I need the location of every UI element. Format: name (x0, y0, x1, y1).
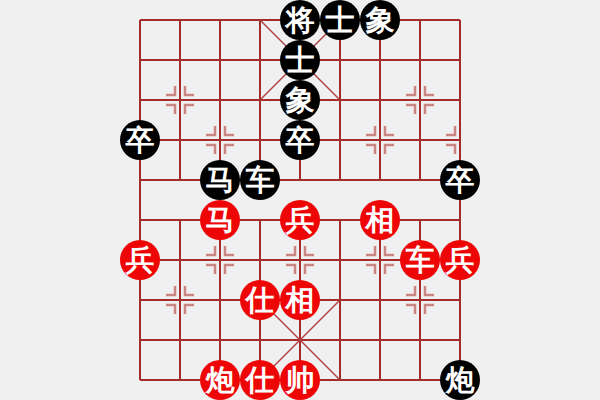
piece-red-general[interactable]: 帅 (280, 360, 320, 400)
piece-black-horse[interactable]: 马 (200, 160, 240, 200)
xiangqi-board[interactable]: 将士象士象卒卒马车卒马兵相兵车兵仕相炮仕帅炮 (140, 20, 460, 380)
piece-black-chariot[interactable]: 车 (240, 160, 280, 200)
piece-black-pawn[interactable]: 卒 (280, 120, 320, 160)
piece-red-pawn[interactable]: 兵 (440, 240, 480, 280)
piece-black-cannon[interactable]: 炮 (440, 360, 480, 400)
piece-red-advisor[interactable]: 仕 (240, 280, 280, 320)
xiangqi-app: 将士象士象卒卒马车卒马兵相兵车兵仕相炮仕帅炮 (0, 0, 600, 400)
piece-layer: 将士象士象卒卒马车卒马兵相兵车兵仕相炮仕帅炮 (140, 20, 460, 380)
piece-red-horse[interactable]: 马 (200, 200, 240, 240)
piece-red-elephant[interactable]: 相 (360, 200, 400, 240)
piece-red-chariot[interactable]: 车 (400, 240, 440, 280)
piece-red-pawn[interactable]: 兵 (120, 240, 160, 280)
piece-black-elephant[interactable]: 象 (360, 0, 400, 40)
piece-red-pawn[interactable]: 兵 (280, 200, 320, 240)
piece-black-pawn[interactable]: 卒 (120, 120, 160, 160)
piece-red-cannon[interactable]: 炮 (200, 360, 240, 400)
piece-black-pawn[interactable]: 卒 (440, 160, 480, 200)
piece-black-advisor[interactable]: 士 (320, 0, 360, 40)
piece-red-elephant[interactable]: 相 (280, 280, 320, 320)
piece-black-general[interactable]: 将 (280, 0, 320, 40)
piece-black-advisor[interactable]: 士 (280, 40, 320, 80)
piece-red-advisor[interactable]: 仕 (240, 360, 280, 400)
piece-black-elephant[interactable]: 象 (280, 80, 320, 120)
